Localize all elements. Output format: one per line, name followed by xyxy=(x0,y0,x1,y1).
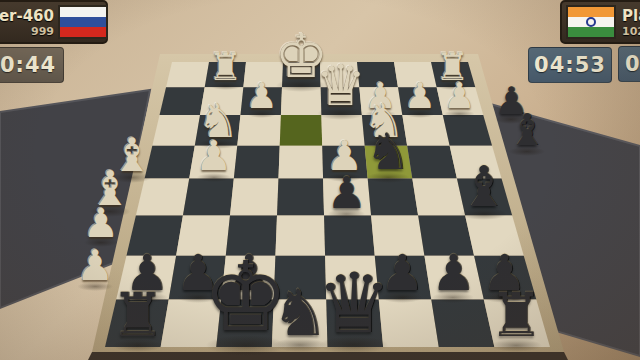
player-rating-left: 999 xyxy=(31,25,54,38)
square-f4[interactable] xyxy=(234,146,280,179)
square-c5[interactable] xyxy=(368,179,418,216)
piece-black-rook-a8[interactable]: ♜ xyxy=(489,285,543,346)
captured-white-pawn: ♟ xyxy=(83,203,119,243)
board-front-edge xyxy=(88,352,568,360)
square-f3[interactable] xyxy=(237,115,281,146)
square-h3[interactable] xyxy=(152,115,200,146)
chess-app-screen: ♜♚♜♟♛♟♟♟♞♞♟♟♞♟♝♟♟♟♟♟♟♜♚♞♛♜♝♝♟♟♟♝ yer-460… xyxy=(0,0,640,360)
square-b4[interactable] xyxy=(407,146,457,179)
piece-white-rook-g1[interactable]: ♜ xyxy=(209,48,243,86)
square-b5[interactable] xyxy=(412,179,465,216)
square-h5[interactable] xyxy=(136,179,189,216)
piece-white-queen-d2[interactable]: ♛ xyxy=(316,58,367,114)
piece-black-bishop-a5[interactable]: ♝ xyxy=(459,159,509,215)
player-plate-right: Pla 1027 xyxy=(560,0,640,44)
captured-black-bishop: ♝ xyxy=(507,108,546,152)
piece-white-pawn-g4[interactable]: ♟ xyxy=(195,136,232,177)
player-rating-right: 1027 xyxy=(622,25,640,38)
square-h1[interactable] xyxy=(166,62,209,87)
piece-black-queen-d8[interactable]: ♛ xyxy=(317,263,391,346)
piece-black-knight-c4[interactable]: ♞ xyxy=(365,127,410,177)
player-plate-left: yer-460 999 xyxy=(0,0,108,44)
square-b8[interactable] xyxy=(431,299,494,347)
square-e4[interactable] xyxy=(278,146,323,179)
square-e5[interactable] xyxy=(277,179,324,216)
piece-white-pawn-a2[interactable]: ♟ xyxy=(444,78,476,114)
india-flag-icon xyxy=(566,5,616,39)
russia-flag-icon xyxy=(58,5,108,39)
square-d6[interactable] xyxy=(324,216,375,256)
ashoka-chakra-icon xyxy=(586,17,596,27)
captured-white-pawn: ♟ xyxy=(76,245,114,287)
piece-black-pawn-b7[interactable]: ♟ xyxy=(431,249,475,299)
piece-white-pawn-f2[interactable]: ♟ xyxy=(246,78,278,114)
square-f5[interactable] xyxy=(230,179,278,216)
piece-black-rook-h8[interactable]: ♜ xyxy=(110,285,164,346)
piece-black-pawn-d5[interactable]: ♟ xyxy=(327,171,366,215)
piece-white-pawn-b2[interactable]: ♟ xyxy=(404,78,436,114)
square-e3[interactable] xyxy=(280,115,322,146)
player-name-left: yer-460 xyxy=(0,7,54,25)
player-name-right: Pla xyxy=(622,7,640,25)
square-g5[interactable] xyxy=(183,179,234,216)
